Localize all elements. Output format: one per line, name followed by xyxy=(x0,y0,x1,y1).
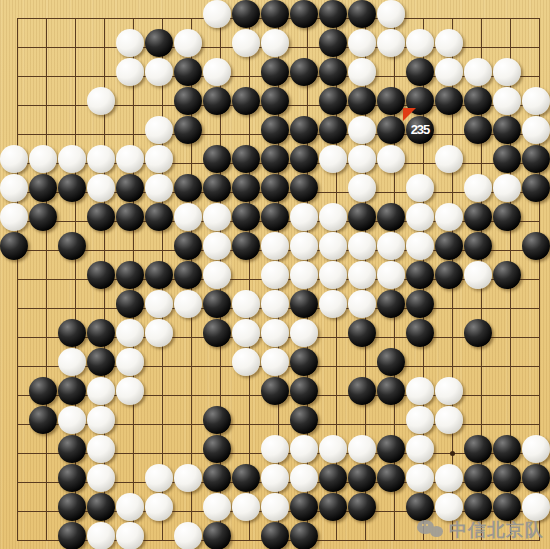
white-stone xyxy=(348,29,376,57)
black-stone xyxy=(435,232,463,260)
black-stone xyxy=(0,232,28,260)
white-stone xyxy=(522,435,550,463)
white-stone xyxy=(377,29,405,57)
white-stone xyxy=(464,58,492,86)
black-stone xyxy=(203,522,231,549)
black-stone xyxy=(232,174,260,202)
black-stone xyxy=(58,377,86,405)
black-stone xyxy=(116,174,144,202)
white-stone xyxy=(87,377,115,405)
black-stone xyxy=(261,203,289,231)
black-stone xyxy=(377,377,405,405)
black-stone xyxy=(319,87,347,115)
white-stone xyxy=(406,203,434,231)
white-stone xyxy=(261,348,289,376)
black-stone xyxy=(261,87,289,115)
black-stone xyxy=(377,464,405,492)
black-stone xyxy=(290,406,318,434)
black-stone xyxy=(464,319,492,347)
white-stone xyxy=(116,145,144,173)
white-stone xyxy=(290,232,318,260)
white-stone xyxy=(174,464,202,492)
black-stone xyxy=(203,174,231,202)
black-stone xyxy=(174,58,202,86)
white-stone xyxy=(203,203,231,231)
black-stone xyxy=(203,290,231,318)
black-stone xyxy=(435,261,463,289)
white-stone xyxy=(406,174,434,202)
move-number-label: 235 xyxy=(406,116,434,144)
white-stone xyxy=(145,174,173,202)
white-stone xyxy=(348,435,376,463)
white-stone xyxy=(435,58,463,86)
white-stone xyxy=(348,145,376,173)
white-stone xyxy=(290,435,318,463)
white-stone xyxy=(406,377,434,405)
black-stone xyxy=(145,29,173,57)
black-stone xyxy=(232,203,260,231)
white-stone xyxy=(261,435,289,463)
white-stone xyxy=(232,319,260,347)
white-stone xyxy=(406,406,434,434)
black-stone xyxy=(319,116,347,144)
white-stone xyxy=(203,232,231,260)
white-stone xyxy=(58,348,86,376)
black-stone xyxy=(29,377,57,405)
black-stone xyxy=(522,174,550,202)
black-stone xyxy=(116,290,144,318)
white-stone xyxy=(435,145,463,173)
black-stone xyxy=(290,377,318,405)
black-stone xyxy=(522,464,550,492)
white-stone xyxy=(145,116,173,144)
black-stone xyxy=(290,116,318,144)
white-stone xyxy=(290,261,318,289)
white-stone xyxy=(0,174,28,202)
black-stone xyxy=(203,145,231,173)
white-stone xyxy=(203,493,231,521)
black-stone xyxy=(290,348,318,376)
black-stone xyxy=(232,464,260,492)
wechat-icon xyxy=(417,518,443,542)
white-stone xyxy=(87,406,115,434)
white-stone xyxy=(203,261,231,289)
white-stone xyxy=(290,203,318,231)
white-stone xyxy=(493,87,521,115)
white-stone xyxy=(87,174,115,202)
white-stone xyxy=(116,319,144,347)
black-stone xyxy=(348,493,376,521)
white-stone xyxy=(87,522,115,549)
white-stone xyxy=(174,203,202,231)
white-stone xyxy=(493,174,521,202)
black-stone xyxy=(58,174,86,202)
black-stone xyxy=(203,435,231,463)
black-stone xyxy=(87,203,115,231)
black-stone xyxy=(406,319,434,347)
black-stone xyxy=(58,319,86,347)
black-stone xyxy=(290,0,318,28)
black-stone xyxy=(87,493,115,521)
black-stone xyxy=(348,87,376,115)
white-stone xyxy=(406,464,434,492)
black-stone xyxy=(319,0,347,28)
white-stone xyxy=(261,232,289,260)
black-stone xyxy=(261,522,289,549)
white-stone xyxy=(319,232,347,260)
white-stone xyxy=(203,0,231,28)
black-stone xyxy=(377,116,405,144)
white-stone xyxy=(87,435,115,463)
white-stone xyxy=(348,290,376,318)
white-stone xyxy=(145,145,173,173)
black-stone xyxy=(203,319,231,347)
black-stone xyxy=(290,174,318,202)
white-stone xyxy=(261,319,289,347)
black-stone xyxy=(58,522,86,549)
black-stone xyxy=(87,261,115,289)
black-stone xyxy=(377,290,405,318)
white-stone xyxy=(87,145,115,173)
black-stone xyxy=(290,58,318,86)
black-stone xyxy=(116,203,144,231)
white-stone xyxy=(261,290,289,318)
black-stone xyxy=(174,174,202,202)
black-stone xyxy=(232,232,260,260)
black-stone xyxy=(522,232,550,260)
black-stone xyxy=(29,406,57,434)
white-stone xyxy=(348,116,376,144)
black-stone xyxy=(406,261,434,289)
white-stone xyxy=(435,406,463,434)
black-stone xyxy=(290,522,318,549)
white-stone xyxy=(435,377,463,405)
white-stone xyxy=(116,29,144,57)
white-stone xyxy=(406,435,434,463)
white-stone xyxy=(145,493,173,521)
white-stone xyxy=(0,145,28,173)
black-stone xyxy=(261,377,289,405)
black-stone xyxy=(464,435,492,463)
white-stone xyxy=(145,464,173,492)
black-stone xyxy=(464,232,492,260)
black-stone xyxy=(290,145,318,173)
white-stone xyxy=(145,58,173,86)
black-stone xyxy=(58,232,86,260)
black-stone xyxy=(319,464,347,492)
black-stone xyxy=(319,29,347,57)
black-stone xyxy=(406,58,434,86)
white-stone xyxy=(319,290,347,318)
white-stone xyxy=(87,87,115,115)
black-stone xyxy=(203,87,231,115)
white-stone xyxy=(174,29,202,57)
black-stone xyxy=(174,116,202,144)
black-stone: 235 xyxy=(406,116,434,144)
white-stone xyxy=(464,261,492,289)
black-stone xyxy=(377,348,405,376)
white-stone xyxy=(290,464,318,492)
white-stone xyxy=(493,58,521,86)
white-stone xyxy=(319,261,347,289)
black-stone xyxy=(87,319,115,347)
black-stone xyxy=(493,116,521,144)
white-stone xyxy=(377,145,405,173)
white-stone xyxy=(348,174,376,202)
white-stone xyxy=(116,58,144,86)
black-stone xyxy=(464,203,492,231)
black-stone xyxy=(29,203,57,231)
white-stone xyxy=(203,58,231,86)
black-stone xyxy=(29,174,57,202)
black-stone xyxy=(232,145,260,173)
white-stone xyxy=(261,464,289,492)
black-stone xyxy=(232,87,260,115)
black-stone xyxy=(232,0,260,28)
black-stone xyxy=(348,0,376,28)
black-stone xyxy=(464,116,492,144)
white-stone xyxy=(377,261,405,289)
black-stone xyxy=(58,464,86,492)
black-stone xyxy=(319,58,347,86)
black-stone xyxy=(290,290,318,318)
white-stone xyxy=(406,232,434,260)
white-stone xyxy=(319,435,347,463)
white-stone xyxy=(0,203,28,231)
go-board-diagram: 235 中信北京队 xyxy=(0,0,550,549)
black-stone xyxy=(493,145,521,173)
team-watermark-text: 中信北京队 xyxy=(449,518,544,542)
white-stone xyxy=(319,145,347,173)
white-stone xyxy=(261,261,289,289)
black-stone xyxy=(377,87,405,115)
black-stone xyxy=(435,87,463,115)
white-stone xyxy=(116,493,144,521)
black-stone xyxy=(348,203,376,231)
star-point xyxy=(450,451,455,456)
white-stone xyxy=(232,348,260,376)
white-stone xyxy=(522,87,550,115)
black-stone xyxy=(174,232,202,260)
white-stone xyxy=(377,0,405,28)
black-stone xyxy=(174,87,202,115)
white-stone xyxy=(87,464,115,492)
black-stone xyxy=(377,203,405,231)
white-stone xyxy=(58,406,86,434)
white-stone xyxy=(116,522,144,549)
white-stone xyxy=(348,232,376,260)
black-stone xyxy=(145,203,173,231)
white-stone xyxy=(522,116,550,144)
white-stone xyxy=(116,348,144,376)
white-stone xyxy=(145,319,173,347)
black-stone xyxy=(58,435,86,463)
black-stone xyxy=(348,377,376,405)
black-stone xyxy=(493,203,521,231)
black-stone xyxy=(145,261,173,289)
white-stone xyxy=(435,203,463,231)
white-stone xyxy=(232,290,260,318)
white-stone xyxy=(58,145,86,173)
black-stone xyxy=(406,290,434,318)
white-stone xyxy=(348,58,376,86)
black-stone xyxy=(493,435,521,463)
black-stone xyxy=(261,58,289,86)
white-stone xyxy=(319,203,347,231)
black-stone xyxy=(319,493,347,521)
black-stone xyxy=(522,145,550,173)
white-stone xyxy=(261,493,289,521)
white-stone xyxy=(435,29,463,57)
black-stone xyxy=(203,406,231,434)
black-stone xyxy=(261,116,289,144)
black-stone xyxy=(87,348,115,376)
white-stone xyxy=(290,319,318,347)
black-stone xyxy=(493,464,521,492)
white-stone xyxy=(174,522,202,549)
white-stone xyxy=(232,29,260,57)
black-stone xyxy=(464,87,492,115)
white-stone xyxy=(116,377,144,405)
white-stone xyxy=(232,493,260,521)
team-watermark: 中信北京队 xyxy=(417,517,544,543)
white-stone xyxy=(348,261,376,289)
white-stone xyxy=(29,145,57,173)
black-stone xyxy=(493,261,521,289)
black-stone xyxy=(58,493,86,521)
black-stone xyxy=(348,319,376,347)
white-stone xyxy=(377,232,405,260)
black-stone xyxy=(290,493,318,521)
black-stone xyxy=(261,174,289,202)
black-stone xyxy=(261,0,289,28)
black-stone xyxy=(348,464,376,492)
white-stone xyxy=(145,290,173,318)
white-stone xyxy=(261,29,289,57)
black-stone xyxy=(116,261,144,289)
black-stone xyxy=(174,261,202,289)
black-stone xyxy=(464,464,492,492)
black-stone xyxy=(377,435,405,463)
white-stone xyxy=(406,29,434,57)
white-stone xyxy=(464,174,492,202)
white-stone xyxy=(435,464,463,492)
black-stone xyxy=(203,464,231,492)
white-stone xyxy=(174,290,202,318)
black-stone xyxy=(261,145,289,173)
